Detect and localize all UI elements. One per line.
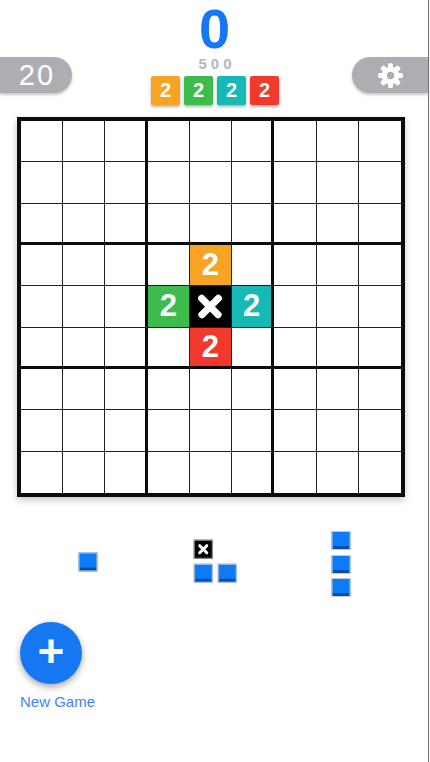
legend-square: 2 [151, 76, 180, 105]
grid-cell[interactable] [105, 245, 147, 286]
grid-cell[interactable] [63, 369, 105, 410]
app-screen: 0 500 2222 20 2222 [0, 0, 430, 762]
grid-cell[interactable] [359, 452, 401, 493]
grid-cell[interactable] [274, 328, 316, 369]
piece-block [332, 578, 351, 597]
grid-cell[interactable] [359, 286, 401, 327]
grid-cell[interactable] [105, 369, 147, 410]
plus-icon: + [38, 628, 65, 674]
grid-cell[interactable] [359, 204, 401, 245]
grid-cell[interactable] [148, 452, 190, 493]
grid-cell[interactable] [21, 162, 63, 203]
grid-cell[interactable] [317, 204, 359, 245]
grid-cell[interactable] [190, 121, 232, 162]
grid-cell[interactable] [232, 410, 274, 451]
tray-piece-2[interactable] [194, 540, 237, 583]
grid-cell[interactable] [232, 369, 274, 410]
grid-cell[interactable] [317, 162, 359, 203]
grid-cell[interactable] [21, 286, 63, 327]
new-game-button[interactable]: + [20, 622, 82, 684]
grid-cell[interactable] [232, 204, 274, 245]
x-blocker-icon [198, 544, 209, 555]
grid-cell[interactable] [105, 121, 147, 162]
tray-piece-1[interactable] [79, 553, 98, 572]
grid-cell[interactable] [105, 162, 147, 203]
grid-cell[interactable] [21, 121, 63, 162]
grid-cell[interactable] [359, 162, 401, 203]
grid-cell[interactable]: 2 [232, 286, 274, 327]
new-game-label: New Game [20, 693, 82, 710]
grid-cell[interactable]: 2 [148, 286, 190, 327]
grid-cell[interactable] [21, 328, 63, 369]
grid-cell[interactable] [63, 328, 105, 369]
grid-cell[interactable] [63, 452, 105, 493]
grid-cell[interactable] [232, 121, 274, 162]
grid-cell[interactable] [105, 328, 147, 369]
grid-cell[interactable] [21, 369, 63, 410]
x-blocker-icon [195, 291, 225, 321]
grid-cell[interactable] [359, 369, 401, 410]
grid-cell[interactable]: 2 [190, 328, 232, 369]
grid-cell[interactable] [105, 410, 147, 451]
grid-cell[interactable] [21, 452, 63, 493]
piece-block [332, 531, 351, 550]
grid-cell[interactable] [105, 452, 147, 493]
grid-cell[interactable] [317, 410, 359, 451]
grid-cell[interactable] [148, 328, 190, 369]
grid-cell[interactable] [190, 204, 232, 245]
piece-x-block [194, 540, 213, 559]
grid-cell[interactable] [148, 245, 190, 286]
grid-cell[interactable] [274, 410, 316, 451]
piece-block [332, 555, 351, 574]
grid-cell[interactable] [148, 369, 190, 410]
grid-cell[interactable] [359, 121, 401, 162]
grid-cell[interactable] [274, 369, 316, 410]
tray-piece-3[interactable] [332, 531, 351, 597]
grid-cell[interactable] [274, 245, 316, 286]
legend-square: 2 [184, 76, 213, 105]
grid-cell[interactable] [148, 121, 190, 162]
grid-cell[interactable] [148, 410, 190, 451]
grid-cell[interactable] [21, 245, 63, 286]
grid-cell[interactable] [274, 162, 316, 203]
legend-square: 2 [250, 76, 279, 105]
board: 2222 [17, 117, 405, 497]
grid-cell[interactable] [232, 328, 274, 369]
grid-cell[interactable] [232, 452, 274, 493]
moves-left-value: 20 [17, 59, 55, 92]
grid-cell[interactable] [274, 121, 316, 162]
grid-cell[interactable] [232, 245, 274, 286]
grid-cell[interactable] [317, 245, 359, 286]
grid-cell[interactable] [105, 286, 147, 327]
grid-cell[interactable] [359, 328, 401, 369]
grid-cell[interactable] [190, 286, 232, 327]
settings-button[interactable] [352, 57, 428, 93]
grid-cell[interactable] [274, 286, 316, 327]
moves-left-badge: 20 [0, 57, 72, 93]
grid-cell[interactable] [148, 204, 190, 245]
grid-cell[interactable] [359, 410, 401, 451]
grid-cell[interactable] [190, 410, 232, 451]
grid-cell[interactable] [63, 162, 105, 203]
grid-cell[interactable] [21, 410, 63, 451]
legend-square: 2 [217, 76, 246, 105]
grid-cell[interactable] [190, 162, 232, 203]
grid-cell[interactable] [317, 369, 359, 410]
grid-cell[interactable] [63, 204, 105, 245]
grid-cell[interactable] [63, 245, 105, 286]
grid-cell[interactable]: 2 [190, 245, 232, 286]
grid-cell[interactable] [63, 410, 105, 451]
grid-cell[interactable] [232, 162, 274, 203]
piece-empty [217, 540, 236, 559]
grid-cell[interactable] [105, 204, 147, 245]
grid-cell[interactable] [317, 452, 359, 493]
piece-block [194, 563, 213, 582]
grid-cell[interactable] [21, 204, 63, 245]
grid-cell[interactable] [63, 286, 105, 327]
score-display: 0 [0, 0, 430, 58]
grid-cell[interactable] [190, 369, 232, 410]
grid-cell[interactable] [274, 204, 316, 245]
grid-cell[interactable] [317, 328, 359, 369]
screen-right-border [428, 0, 430, 762]
grid-cell[interactable] [359, 245, 401, 286]
gear-icon [377, 62, 404, 89]
grid-cell[interactable] [63, 121, 105, 162]
piece-block [79, 553, 98, 572]
piece-block [217, 563, 236, 582]
grid-cell[interactable] [190, 452, 232, 493]
grid-cell[interactable] [274, 452, 316, 493]
grid-cell[interactable] [148, 162, 190, 203]
grid-cell[interactable] [317, 121, 359, 162]
grid-cell[interactable] [317, 286, 359, 327]
